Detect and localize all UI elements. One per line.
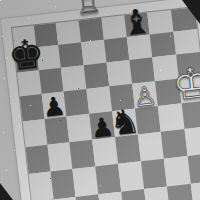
square-h3[interactable] xyxy=(185,126,200,156)
square-d8[interactable]: ♖ xyxy=(79,18,104,42)
square-c5[interactable] xyxy=(64,89,90,116)
square-a2[interactable] xyxy=(29,172,54,200)
piece-wR-d8[interactable]: ♖ xyxy=(73,0,103,19)
square-d2[interactable] xyxy=(95,164,121,194)
square-f8[interactable]: ♝ xyxy=(124,13,149,37)
square-a4[interactable] xyxy=(23,119,48,147)
photo-corner-shadow-bottom-left xyxy=(0,183,13,200)
square-g3[interactable] xyxy=(161,129,188,159)
square-c6[interactable] xyxy=(61,65,87,91)
square-b2[interactable] xyxy=(50,169,75,199)
square-h8[interactable] xyxy=(171,7,197,32)
square-d6[interactable] xyxy=(84,63,110,89)
square-c7[interactable] xyxy=(58,42,83,67)
board-grid: ♖♝♚♟♙♔♟♞ xyxy=(12,7,200,200)
square-h1[interactable] xyxy=(191,181,200,200)
square-c3[interactable] xyxy=(69,140,95,169)
chessboard: ♖♝♚♟♙♔♟♞ Chacheer ❖ xyxy=(1,0,200,200)
square-h5[interactable]: ♔ xyxy=(179,76,200,104)
square-b5[interactable]: ♟ xyxy=(42,92,67,119)
square-e4[interactable]: ♞ xyxy=(112,109,138,137)
square-b3[interactable] xyxy=(47,142,72,171)
square-g1[interactable] xyxy=(167,184,194,200)
piece-bK-a7[interactable]: ♚ xyxy=(6,34,46,76)
square-a3[interactable] xyxy=(26,145,51,174)
square-c8[interactable] xyxy=(56,20,81,44)
piece-bP-b5[interactable]: ♟ xyxy=(41,94,67,121)
square-h7[interactable] xyxy=(173,29,199,55)
dust-speckles xyxy=(0,0,1,1)
square-c2[interactable] xyxy=(72,166,98,196)
square-a7[interactable]: ♚ xyxy=(14,47,38,72)
square-f2[interactable] xyxy=(141,159,167,189)
piece-bB-f8[interactable]: ♝ xyxy=(120,4,154,40)
square-d7[interactable] xyxy=(81,40,106,65)
photo-background: ♖♝♚♟♙♔♟♞ Chacheer ❖ xyxy=(0,0,200,200)
piece-wK-h5[interactable]: ♔ xyxy=(171,62,200,106)
square-g2[interactable] xyxy=(164,156,191,187)
piece-bN-e4[interactable]: ♞ xyxy=(108,104,142,140)
square-e6[interactable] xyxy=(107,60,133,86)
square-c4[interactable] xyxy=(66,114,92,142)
square-e2[interactable] xyxy=(118,161,144,191)
square-h2[interactable] xyxy=(188,153,200,184)
